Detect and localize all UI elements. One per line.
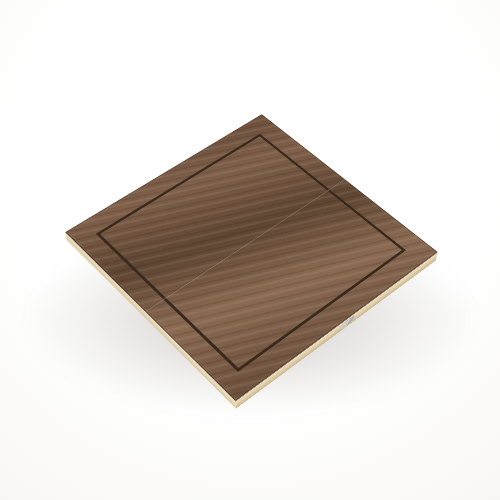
squares-grid [100,136,402,368]
board-top-surface [65,114,437,401]
scene-3d [0,0,500,500]
product-photo [0,0,500,500]
chess-board [65,114,437,401]
clasp-plate [347,315,354,324]
